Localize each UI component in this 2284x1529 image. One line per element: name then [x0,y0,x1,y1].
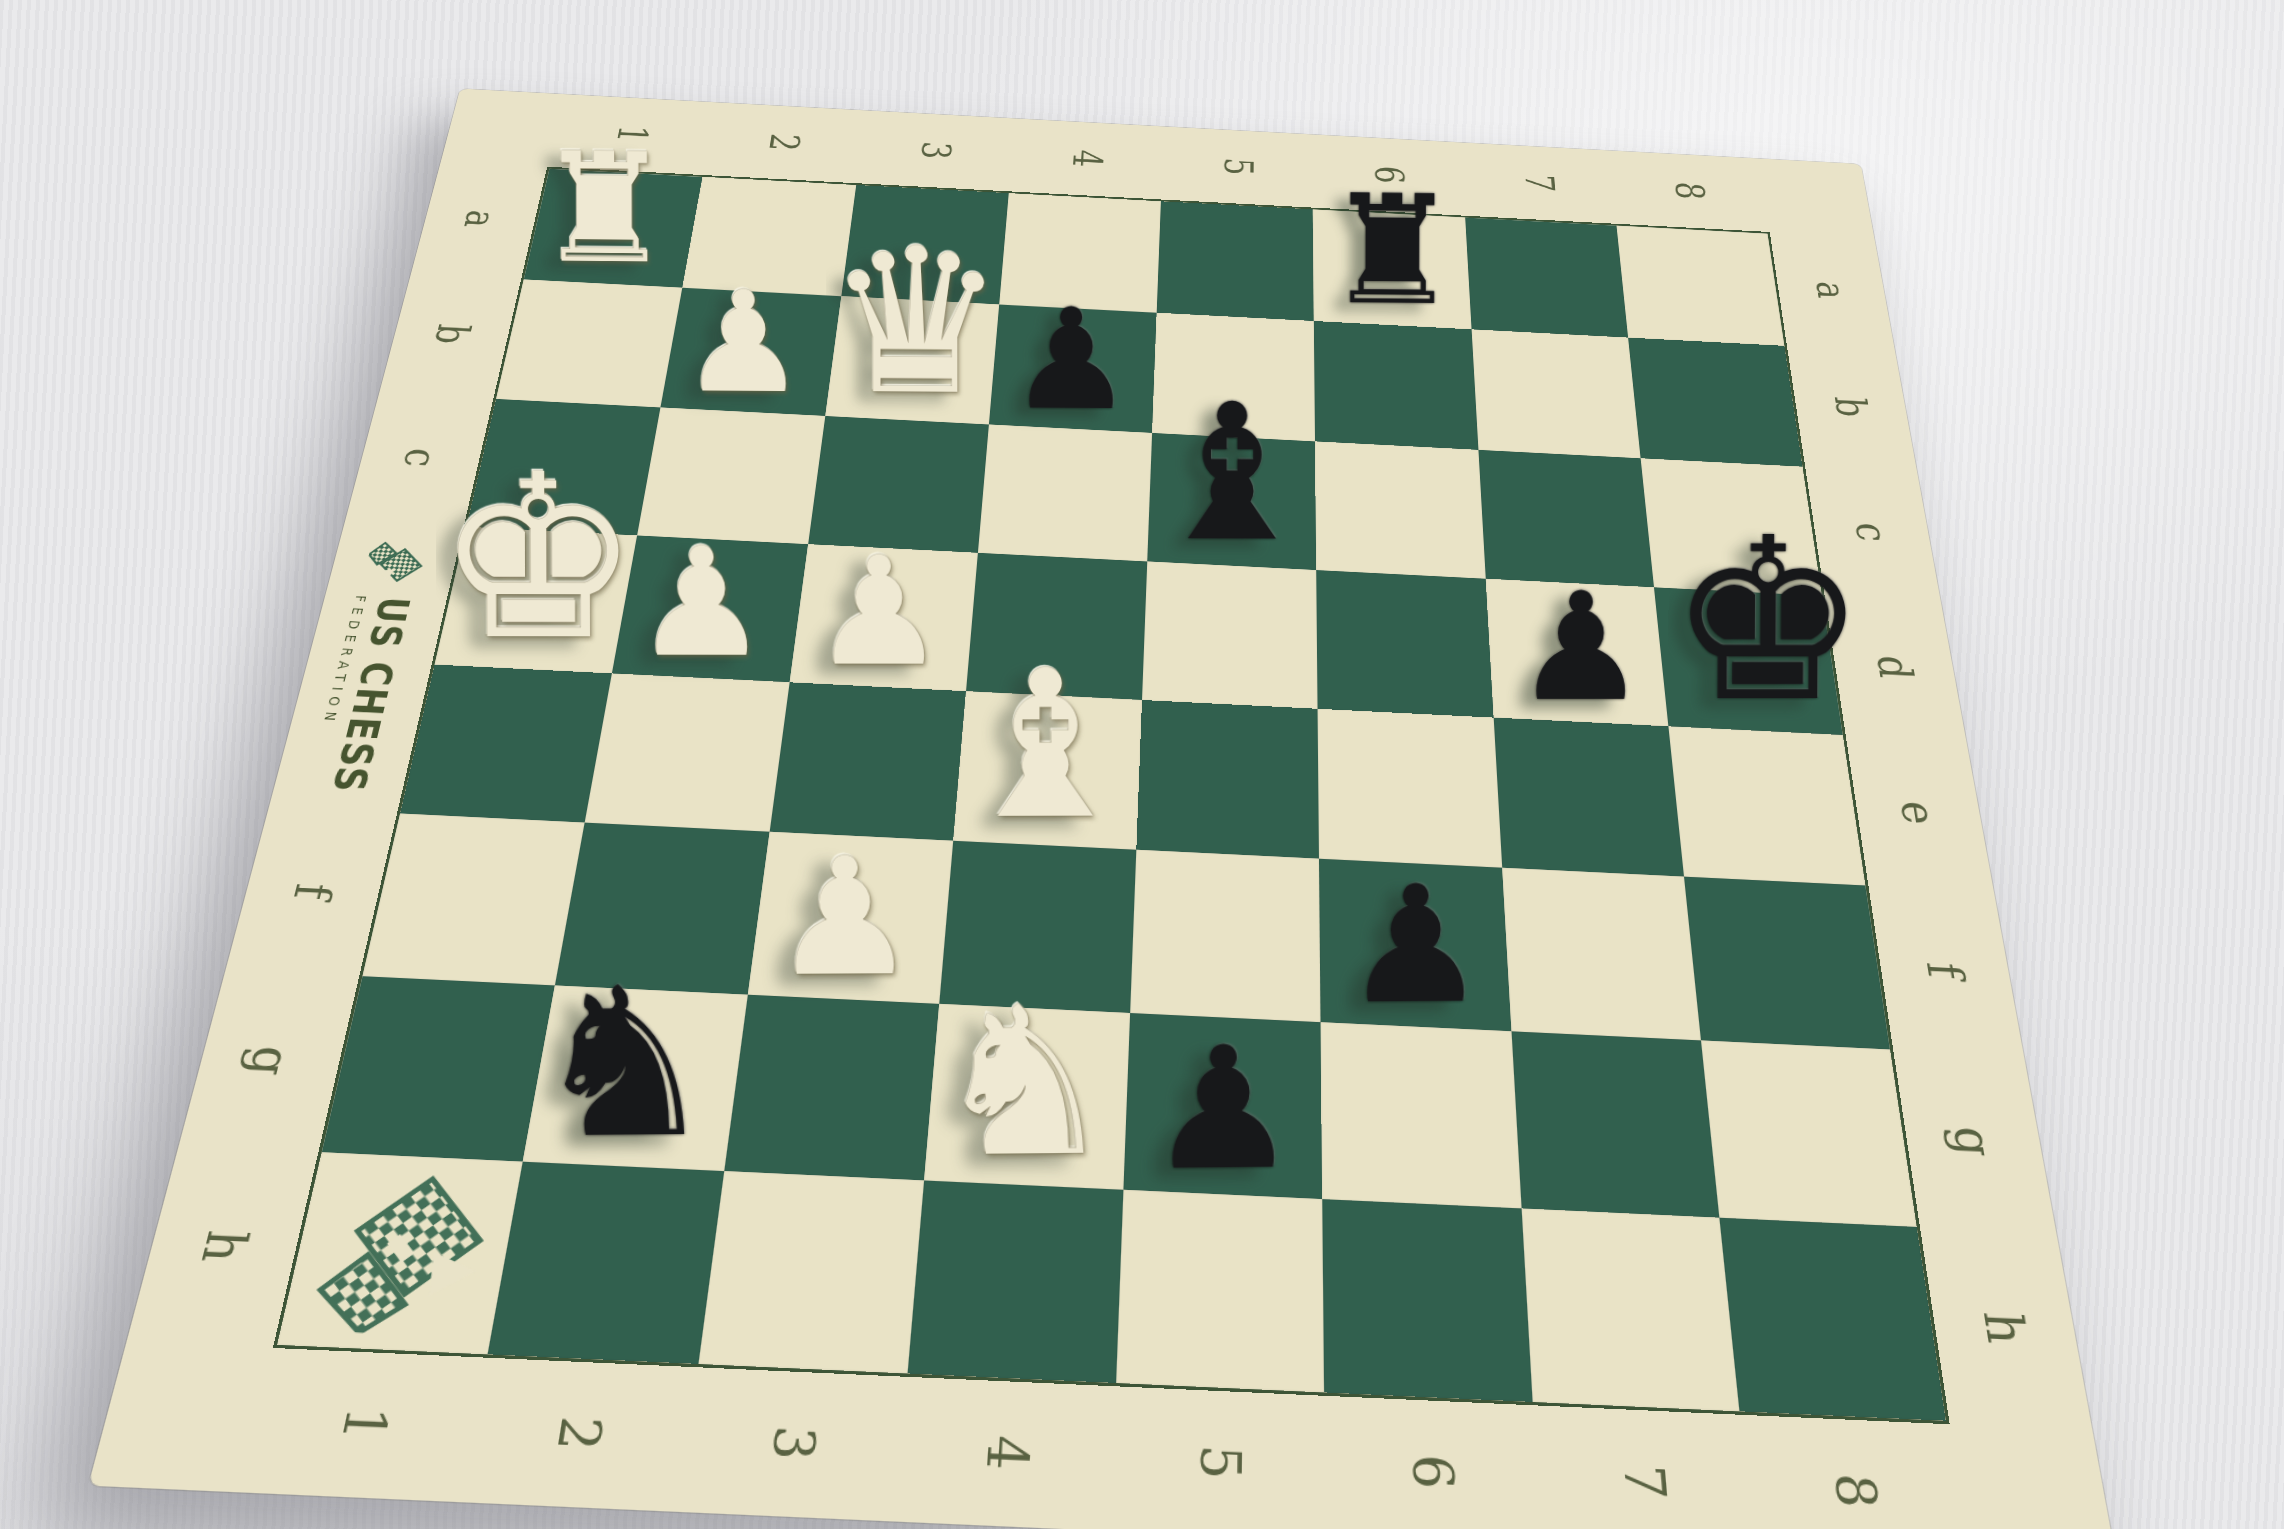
top-label-8-text: 8 [1665,181,1713,201]
top-label-6: 6 [1313,135,1466,216]
brand-subtitle: FEDERATION [303,595,370,792]
top-label-1: 1 [547,94,714,175]
bottom-label-1: 1 [239,1348,484,1502]
top-label-6-text: 6 [1365,165,1412,185]
bottom-label-8-text: 8 [1821,1472,1890,1510]
square-f1 [363,814,585,985]
square-b8 [1628,338,1802,467]
right-label-b-text: b [1825,396,1877,419]
bottom-label-8: 8 [1742,1415,1971,1529]
bottom-label-2: 2 [458,1358,696,1512]
right-label-a-text: a [1806,280,1856,300]
top-label-7-text: 7 [1515,173,1562,193]
bottom-label-7: 7 [1534,1405,1757,1529]
top-label-2: 2 [701,102,864,183]
piece-black-pawn-f6: ♟ [1321,868,1511,1023]
top-label-7: 7 [1462,143,1618,224]
us-chess-logo-watermark [277,1152,523,1354]
square-a8 [1616,226,1784,346]
square-h3 [698,1171,924,1374]
square-g6 [1321,1022,1521,1208]
square-h4 [907,1180,1123,1383]
square-f5 [1130,850,1321,1022]
square-e6 [1318,709,1502,868]
right-label-e-text: e [1889,799,1947,825]
right-label-d-text: d [1866,654,1922,680]
top-label-5: 5 [1161,127,1314,208]
square-b2: ♟ [661,288,841,416]
top-label-3-text: 3 [911,141,959,161]
square-c5: ♝ [1147,433,1316,570]
square-c3 [808,416,989,553]
square-d5 [1142,561,1318,709]
piece-black-pawn-b4: ♟ [989,293,1152,426]
square-f6: ♟ [1319,859,1511,1031]
square-f8 [1684,877,1890,1049]
square-h8 [1719,1217,1946,1420]
square-g7 [1511,1031,1719,1218]
square-c6 [1315,441,1485,578]
square-h2 [488,1161,724,1363]
square-a5 [1157,201,1314,321]
square-e4: ♝ [953,691,1142,850]
square-d1: ♚ [435,527,638,674]
piece-black-pawn-g5: ♟ [1124,1028,1323,1190]
bottom-label-5-text: 5 [1187,1444,1252,1482]
table-surface: US CHESS FEDERATION ♜♜♟♛♟♝♚♟♟♟♚♝♟♟♞♞♟ 12… [0,0,2284,1529]
square-c7 [1478,450,1654,588]
square-e5 [1136,700,1319,859]
piece-white-knight-g4: ♞ [924,984,1124,1181]
square-g1 [322,976,555,1162]
square-e3 [769,682,966,841]
square-c1 [467,399,661,536]
bottom-label-4: 4 [894,1377,1116,1529]
square-g3 [724,994,939,1180]
square-d7: ♟ [1485,579,1668,727]
bottom-label-6-text: 6 [1399,1453,1465,1491]
bottom-label-6: 6 [1325,1396,1542,1529]
square-g5: ♟ [1123,1013,1322,1199]
square-b6 [1314,321,1478,449]
right-label-g-text: g [1941,1125,2005,1158]
left-label-f-text: f [282,882,344,900]
square-d4 [966,553,1147,700]
square-f7 [1502,868,1701,1040]
top-label-4-text: 4 [1063,149,1110,169]
square-d2: ♟ [612,535,808,682]
right-label-h-text: h [1971,1310,2038,1346]
bottom-label-5: 5 [1110,1386,1326,1529]
square-e1 [400,665,612,823]
piece-black-knight-g2: ♞ [524,965,726,1162]
bottom-label-1-text: 1 [327,1405,400,1443]
square-b7 [1471,329,1640,457]
piece-black-pawn-d7: ♟ [1493,576,1667,718]
square-h7 [1521,1208,1739,1411]
top-label-8: 8 [1610,151,1769,232]
right-label-d: d [1825,595,1967,741]
left-label-b-text: b [424,323,479,345]
bottom-label-2-text: 2 [543,1415,614,1453]
square-g8 [1701,1040,1917,1227]
square-a4 [999,193,1161,313]
right-label-a: a [1770,232,1895,350]
left-label-g-text: g [237,1044,305,1076]
square-a3 [841,185,1009,305]
top-label-4: 4 [1008,119,1164,200]
top-label-3: 3 [855,110,1015,191]
square-h5 [1116,1190,1324,1393]
square-c4 [978,424,1152,561]
square-e8 [1668,726,1865,885]
square-a2 [682,177,855,296]
square-d6 [1316,570,1493,718]
left-label-a-text: a [454,209,506,229]
square-d3: ♟ [789,544,978,691]
vinyl-chess-mat: US CHESS FEDERATION ♜♜♟♛♟♝♚♟♟♟♚♝♟♟♞♞♟ 12… [88,89,2119,1529]
square-b3: ♛ [825,296,999,424]
us-chess-knight-logo-icon [359,537,431,585]
piece-white-pawn-d2: ♟ [613,531,791,674]
square-f4 [939,841,1136,1013]
bottom-label-3: 3 [676,1367,906,1521]
piece-white-pawn-d3: ♟ [790,540,967,683]
bottom-label-4-text: 4 [973,1434,1040,1472]
square-f2 [555,823,769,994]
right-label-b: b [1787,345,1917,472]
square-b1 [496,280,682,408]
square-c8 [1640,458,1821,596]
square-e7 [1493,718,1684,877]
us-chess-brand-text: US CHESS FEDERATION [303,595,418,795]
brand-name: US CHESS [323,595,418,794]
square-g2: ♞ [523,985,747,1171]
left-label-h-text: h [189,1228,260,1263]
right-label-e: e [1846,735,1994,892]
right-label-c: c [1805,465,1941,601]
square-e2 [585,673,789,831]
square-h6 [1323,1199,1533,1402]
right-label-f: f [1869,887,2025,1057]
left-label-c-text: c [393,447,449,468]
square-h1 [277,1152,523,1354]
square-b5 [1152,313,1315,441]
photo-of-chessboard: US CHESS FEDERATION ♜♜♟♛♟♝♚♟♟♟♚♝♟♟♞♞♟ 12… [0,0,2284,1529]
right-label-c-text: c [1845,521,1899,542]
top-label-1-text: 1 [607,124,657,144]
top-label-2-text: 2 [759,132,808,152]
top-label-5-text: 5 [1215,157,1261,177]
playing-area: ♜♜♟♛♟♝♚♟♟♟♚♝♟♟♞♞♟ [273,167,1950,1425]
right-label-h: h [1920,1229,2092,1431]
square-b4: ♟ [989,305,1157,433]
square-f3: ♟ [747,832,953,1003]
square-a1: ♜ [524,169,703,288]
piece-white-pawn-f3: ♟ [748,840,940,995]
square-d8: ♚ [1654,587,1843,735]
square-c2 [637,407,825,544]
piece-white-pawn-b2: ♟ [661,275,826,409]
right-label-g: g [1893,1051,2056,1236]
square-g4: ♞ [924,1003,1130,1189]
square-a7 [1465,218,1628,338]
right-label-f-text: f [1915,961,1974,980]
bottom-label-3-text: 3 [758,1424,827,1462]
bottom-label-7-text: 7 [1610,1463,1677,1501]
square-a6: ♜ [1313,209,1471,329]
